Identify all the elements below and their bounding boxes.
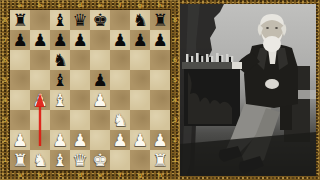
- white-pawn-b4[interactable]: ♟: [30, 90, 50, 110]
- square-f3[interactable]: ♞: [110, 110, 130, 130]
- coord-label: e: [90, 170, 110, 180]
- coord-label: 5: [170, 70, 180, 90]
- square-c7[interactable]: ♟: [50, 30, 70, 50]
- square-h5[interactable]: [150, 70, 170, 90]
- white-pawn-d2[interactable]: ♟: [70, 130, 90, 150]
- black-pawn-a7[interactable]: ♟: [10, 30, 30, 50]
- coord-label: b: [30, 0, 50, 10]
- white-pawn-e4[interactable]: ♟: [90, 90, 110, 110]
- chess-board: abcdefgh abcdefgh 87654321 87654321 ♜♝♛♚…: [0, 0, 180, 180]
- square-c8[interactable]: ♝: [50, 10, 70, 30]
- black-bishop-c8[interactable]: ♝: [50, 10, 70, 30]
- square-a3[interactable]: [10, 110, 30, 130]
- white-king-e1[interactable]: ♚: [90, 150, 110, 170]
- black-pawn-d7[interactable]: ♟: [70, 30, 90, 50]
- square-e6[interactable]: [90, 50, 110, 70]
- square-a5[interactable]: [10, 70, 30, 90]
- square-g4[interactable]: [130, 90, 150, 110]
- square-c5[interactable]: ♝: [50, 70, 70, 90]
- coord-label: 1: [170, 150, 180, 170]
- white-rook-h1[interactable]: ♜: [150, 150, 170, 170]
- square-a4[interactable]: [10, 90, 30, 110]
- square-e3[interactable]: [90, 110, 110, 130]
- coord-label: 8: [0, 10, 10, 30]
- black-pawn-b7[interactable]: ♟: [30, 30, 50, 50]
- coord-label: a: [10, 0, 30, 10]
- square-b4[interactable]: ♟: [30, 90, 50, 110]
- black-pawn-e5[interactable]: ♟: [90, 70, 110, 90]
- square-c2[interactable]: ♟: [50, 130, 70, 150]
- black-pawn-c7[interactable]: ♟: [50, 30, 70, 50]
- coord-label: 7: [170, 30, 180, 50]
- square-c4[interactable]: ♝: [50, 90, 70, 110]
- square-a1[interactable]: ♜: [10, 150, 30, 170]
- square-d5[interactable]: [70, 70, 90, 90]
- square-f2[interactable]: ♟: [110, 130, 130, 150]
- white-knight-b1[interactable]: ♞: [30, 150, 50, 170]
- white-bishop-c4[interactable]: ♝: [50, 90, 70, 110]
- coord-label: d: [70, 170, 90, 180]
- square-g1[interactable]: [130, 150, 150, 170]
- square-d4[interactable]: [70, 90, 90, 110]
- coord-label: 1: [0, 150, 10, 170]
- square-h3[interactable]: [150, 110, 170, 130]
- square-f7[interactable]: ♟: [110, 30, 130, 50]
- coord-label: 6: [0, 50, 10, 70]
- square-h8[interactable]: ♜: [150, 10, 170, 30]
- square-b3[interactable]: [30, 110, 50, 130]
- square-a6[interactable]: [10, 50, 30, 70]
- square-h6[interactable]: [150, 50, 170, 70]
- white-bishop-c1[interactable]: ♝: [50, 150, 70, 170]
- coord-label: 7: [0, 30, 10, 50]
- square-h7[interactable]: ♟: [150, 30, 170, 50]
- square-b8[interactable]: [30, 10, 50, 30]
- square-a2[interactable]: ♟: [10, 130, 30, 150]
- square-g5[interactable]: [130, 70, 150, 90]
- coord-label: g: [130, 170, 150, 180]
- black-knight-c6[interactable]: ♞: [50, 50, 70, 70]
- coord-label: c: [50, 170, 70, 180]
- square-h1[interactable]: ♜: [150, 150, 170, 170]
- coord-label: 2: [0, 130, 10, 150]
- square-h4[interactable]: [150, 90, 170, 110]
- square-f5[interactable]: [110, 70, 130, 90]
- black-rook-h8[interactable]: ♜: [150, 10, 170, 30]
- square-g2[interactable]: ♟: [130, 130, 150, 150]
- square-e8[interactable]: ♚: [90, 10, 110, 30]
- square-f1[interactable]: [110, 150, 130, 170]
- white-queen-d1[interactable]: ♛: [70, 150, 90, 170]
- square-e4[interactable]: ♟: [90, 90, 110, 110]
- coord-label: h: [150, 170, 170, 180]
- black-pawn-f7[interactable]: ♟: [110, 30, 130, 50]
- coord-label: b: [30, 170, 50, 180]
- square-b2[interactable]: [30, 130, 50, 150]
- portrait-photo: [180, 4, 316, 176]
- square-b7[interactable]: ♟: [30, 30, 50, 50]
- rank-labels-right: 87654321: [170, 10, 180, 170]
- coord-label: c: [50, 0, 70, 10]
- coord-label: 8: [170, 10, 180, 30]
- white-pawn-a2[interactable]: ♟: [10, 130, 30, 150]
- square-f8[interactable]: [110, 10, 130, 30]
- square-h2[interactable]: ♟: [150, 130, 170, 150]
- square-c1[interactable]: ♝: [50, 150, 70, 170]
- square-e7[interactable]: [90, 30, 110, 50]
- white-pawn-g2[interactable]: ♟: [130, 130, 150, 150]
- coord-label: 6: [170, 50, 180, 70]
- square-a7[interactable]: ♟: [10, 30, 30, 50]
- black-knight-g8[interactable]: ♞: [130, 10, 150, 30]
- black-queen-d8[interactable]: ♛: [70, 10, 90, 30]
- coord-label: 5: [0, 70, 10, 90]
- square-b1[interactable]: ♞: [30, 150, 50, 170]
- rank-labels-left: 87654321: [0, 10, 10, 170]
- black-bishop-c5[interactable]: ♝: [50, 70, 70, 90]
- black-pawn-h7[interactable]: ♟: [150, 30, 170, 50]
- coord-label: d: [70, 0, 90, 10]
- square-d2[interactable]: ♟: [70, 130, 90, 150]
- board-squares: ♜♝♛♚♞♜♟♟♟♟♟♟♟♞♝♟♟♝♟♞♟♟♟♟♟♟♜♞♝♛♚♜: [10, 10, 170, 170]
- square-e2[interactable]: [90, 130, 110, 150]
- coord-label: h: [150, 0, 170, 10]
- coord-label: 4: [170, 90, 180, 110]
- file-labels-top: abcdefgh: [10, 0, 170, 10]
- square-d3[interactable]: [70, 110, 90, 130]
- thumbnail-stage: abcdefgh abcdefgh 87654321 87654321 ♜♝♛♚…: [0, 0, 320, 180]
- square-g3[interactable]: [130, 110, 150, 130]
- square-c3[interactable]: [50, 110, 70, 130]
- square-g7[interactable]: ♟: [130, 30, 150, 50]
- square-b6[interactable]: [30, 50, 50, 70]
- square-e5[interactable]: ♟: [90, 70, 110, 90]
- square-b5[interactable]: [30, 70, 50, 90]
- coord-label: f: [110, 170, 130, 180]
- coord-label: 2: [170, 130, 180, 150]
- square-f4[interactable]: [110, 90, 130, 110]
- square-g6[interactable]: [130, 50, 150, 70]
- white-pawn-h2[interactable]: ♟: [150, 130, 170, 150]
- white-rook-a1[interactable]: ♜: [10, 150, 30, 170]
- white-knight-f3[interactable]: ♞: [110, 110, 130, 130]
- coord-label: a: [10, 170, 30, 180]
- square-d8[interactable]: ♛: [70, 10, 90, 30]
- coord-label: e: [90, 0, 110, 10]
- square-e1[interactable]: ♚: [90, 150, 110, 170]
- square-f6[interactable]: [110, 50, 130, 70]
- photo-frame: [180, 0, 320, 180]
- black-king-e8[interactable]: ♚: [90, 10, 110, 30]
- black-rook-a8[interactable]: ♜: [10, 10, 30, 30]
- coord-label: 3: [170, 110, 180, 130]
- square-d6[interactable]: [70, 50, 90, 70]
- white-pawn-f2[interactable]: ♟: [110, 130, 130, 150]
- square-c6[interactable]: ♞: [50, 50, 70, 70]
- square-a8[interactable]: ♜: [10, 10, 30, 30]
- white-pawn-c2[interactable]: ♟: [50, 130, 70, 150]
- file-labels-bottom: abcdefgh: [10, 170, 170, 180]
- square-d7[interactable]: ♟: [70, 30, 90, 50]
- black-pawn-g7[interactable]: ♟: [130, 30, 150, 50]
- coord-label: f: [110, 0, 130, 10]
- coord-label: 4: [0, 90, 10, 110]
- coord-label: 3: [0, 110, 10, 130]
- coord-label: g: [130, 0, 150, 10]
- square-d1[interactable]: ♛: [70, 150, 90, 170]
- square-g8[interactable]: ♞: [130, 10, 150, 30]
